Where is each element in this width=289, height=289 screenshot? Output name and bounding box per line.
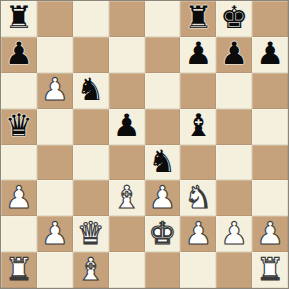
square-g6[interactable] bbox=[216, 73, 252, 109]
square-d8[interactable] bbox=[109, 1, 145, 37]
square-f4[interactable] bbox=[180, 145, 216, 181]
square-b2[interactable]: ♟ bbox=[37, 216, 73, 252]
white-bishop[interactable]: ♝ bbox=[77, 254, 105, 285]
square-h4[interactable] bbox=[252, 145, 288, 181]
square-g4[interactable] bbox=[216, 145, 252, 181]
square-a2[interactable] bbox=[1, 216, 37, 252]
square-b4[interactable] bbox=[37, 145, 73, 181]
square-a7[interactable]: ♟ bbox=[1, 37, 37, 73]
chess-board-container: ♜♜♚♟♟♟♟♟♞♛♟♝♞♟♝♟♞♟♛♚♟♟♟♜♝♜ bbox=[0, 0, 289, 289]
white-pawn[interactable]: ♟ bbox=[41, 218, 69, 249]
square-h1[interactable]: ♜ bbox=[252, 252, 288, 288]
black-queen[interactable]: ♛ bbox=[5, 110, 33, 141]
square-h7[interactable]: ♟ bbox=[252, 37, 288, 73]
square-g3[interactable] bbox=[216, 180, 252, 216]
square-g1[interactable] bbox=[216, 252, 252, 288]
black-rook[interactable]: ♜ bbox=[184, 2, 212, 33]
black-knight[interactable]: ♞ bbox=[149, 146, 177, 177]
white-rook[interactable]: ♜ bbox=[5, 254, 33, 285]
black-pawn[interactable]: ♟ bbox=[184, 38, 212, 69]
black-pawn[interactable]: ♟ bbox=[256, 38, 284, 69]
square-e1[interactable] bbox=[145, 252, 181, 288]
square-b1[interactable] bbox=[37, 252, 73, 288]
square-d2[interactable] bbox=[109, 216, 145, 252]
square-e2[interactable]: ♚ bbox=[145, 216, 181, 252]
square-c7[interactable] bbox=[73, 37, 109, 73]
square-c1[interactable]: ♝ bbox=[73, 252, 109, 288]
square-f5[interactable]: ♝ bbox=[180, 109, 216, 145]
black-pawn[interactable]: ♟ bbox=[113, 110, 141, 141]
square-e5[interactable] bbox=[145, 109, 181, 145]
square-e4[interactable]: ♞ bbox=[145, 145, 181, 181]
square-a6[interactable] bbox=[1, 73, 37, 109]
square-f1[interactable] bbox=[180, 252, 216, 288]
square-e3[interactable]: ♟ bbox=[145, 180, 181, 216]
square-g2[interactable]: ♟ bbox=[216, 216, 252, 252]
square-c2[interactable]: ♛ bbox=[73, 216, 109, 252]
square-h2[interactable]: ♟ bbox=[252, 216, 288, 252]
black-king[interactable]: ♚ bbox=[220, 2, 248, 33]
square-b6[interactable]: ♟ bbox=[37, 73, 73, 109]
square-a1[interactable]: ♜ bbox=[1, 252, 37, 288]
square-f8[interactable]: ♜ bbox=[180, 1, 216, 37]
square-h5[interactable] bbox=[252, 109, 288, 145]
square-b7[interactable] bbox=[37, 37, 73, 73]
chess-board: ♜♜♚♟♟♟♟♟♞♛♟♝♞♟♝♟♞♟♛♚♟♟♟♜♝♜ bbox=[0, 0, 289, 289]
square-d4[interactable] bbox=[109, 145, 145, 181]
white-king[interactable]: ♚ bbox=[149, 218, 177, 249]
square-h6[interactable] bbox=[252, 73, 288, 109]
white-pawn[interactable]: ♟ bbox=[220, 218, 248, 249]
white-rook[interactable]: ♜ bbox=[256, 254, 284, 285]
black-pawn[interactable]: ♟ bbox=[5, 38, 33, 69]
black-bishop[interactable]: ♝ bbox=[184, 110, 212, 141]
square-b3[interactable] bbox=[37, 180, 73, 216]
square-f2[interactable]: ♟ bbox=[180, 216, 216, 252]
square-d6[interactable] bbox=[109, 73, 145, 109]
square-d3[interactable]: ♝ bbox=[109, 180, 145, 216]
square-f7[interactable]: ♟ bbox=[180, 37, 216, 73]
square-h3[interactable] bbox=[252, 180, 288, 216]
square-a5[interactable]: ♛ bbox=[1, 109, 37, 145]
square-d1[interactable] bbox=[109, 252, 145, 288]
white-pawn[interactable]: ♟ bbox=[256, 218, 284, 249]
square-f3[interactable]: ♞ bbox=[180, 180, 216, 216]
square-c6[interactable]: ♞ bbox=[73, 73, 109, 109]
square-g7[interactable]: ♟ bbox=[216, 37, 252, 73]
square-b5[interactable] bbox=[37, 109, 73, 145]
white-pawn[interactable]: ♟ bbox=[184, 218, 212, 249]
square-f6[interactable] bbox=[180, 73, 216, 109]
white-bishop[interactable]: ♝ bbox=[113, 182, 141, 213]
square-g5[interactable] bbox=[216, 109, 252, 145]
white-pawn[interactable]: ♟ bbox=[149, 182, 177, 213]
square-g8[interactable]: ♚ bbox=[216, 1, 252, 37]
square-a4[interactable] bbox=[1, 145, 37, 181]
white-pawn[interactable]: ♟ bbox=[41, 74, 69, 105]
black-rook[interactable]: ♜ bbox=[5, 2, 33, 33]
white-knight[interactable]: ♞ bbox=[184, 182, 212, 213]
white-queen[interactable]: ♛ bbox=[77, 218, 105, 249]
square-c3[interactable] bbox=[73, 180, 109, 216]
square-d7[interactable] bbox=[109, 37, 145, 73]
white-pawn[interactable]: ♟ bbox=[5, 182, 33, 213]
square-h8[interactable] bbox=[252, 1, 288, 37]
square-a8[interactable]: ♜ bbox=[1, 1, 37, 37]
square-e7[interactable] bbox=[145, 37, 181, 73]
square-c5[interactable] bbox=[73, 109, 109, 145]
square-a3[interactable]: ♟ bbox=[1, 180, 37, 216]
black-knight[interactable]: ♞ bbox=[77, 74, 105, 105]
square-e6[interactable] bbox=[145, 73, 181, 109]
square-c4[interactable] bbox=[73, 145, 109, 181]
square-c8[interactable] bbox=[73, 1, 109, 37]
square-e8[interactable] bbox=[145, 1, 181, 37]
square-b8[interactable] bbox=[37, 1, 73, 37]
black-pawn[interactable]: ♟ bbox=[220, 38, 248, 69]
square-d5[interactable]: ♟ bbox=[109, 109, 145, 145]
